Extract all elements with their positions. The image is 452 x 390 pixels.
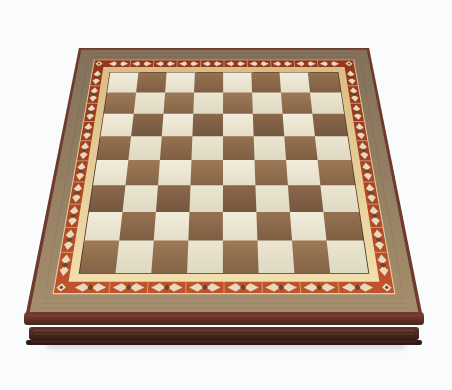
board-box-front (24, 312, 424, 345)
square-c4 (158, 160, 194, 187)
square-b3 (122, 185, 160, 214)
base-groove-1 (34, 330, 414, 331)
square-h8 (308, 72, 341, 93)
square-f4 (255, 160, 291, 187)
square-a6 (100, 114, 135, 138)
square-d7 (193, 93, 225, 116)
base-groove-2 (34, 334, 414, 335)
base-lip (26, 340, 422, 345)
product-photo-chessboard (0, 0, 452, 390)
square-c5 (160, 136, 195, 161)
square-d5 (191, 136, 225, 161)
base-lip-highlight (31, 341, 417, 342)
square-e3 (223, 185, 259, 214)
checkerboard (80, 72, 369, 273)
square-h5 (315, 136, 352, 161)
square-g1 (292, 241, 333, 273)
square-a3 (89, 185, 128, 214)
square-a8 (107, 72, 140, 93)
square-b4 (125, 160, 162, 187)
square-e4 (223, 160, 258, 187)
square-h3 (320, 185, 359, 214)
square-g7 (281, 93, 315, 116)
square-c1 (151, 241, 190, 273)
square-a1 (80, 241, 122, 273)
square-d8 (194, 72, 225, 93)
square-a4 (93, 160, 131, 187)
square-g2 (290, 212, 329, 242)
square-e6 (223, 114, 256, 138)
square-e8 (223, 72, 254, 93)
square-a2 (84, 212, 124, 242)
square-e5 (223, 136, 257, 161)
square-g8 (280, 72, 313, 93)
square-h6 (312, 114, 347, 138)
square-e2 (223, 212, 260, 242)
square-f6 (253, 114, 287, 138)
square-c6 (162, 114, 196, 138)
square-h1 (327, 241, 369, 273)
square-f7 (252, 93, 285, 116)
square-e1 (223, 241, 261, 273)
square-d4 (190, 160, 225, 187)
square-b1 (116, 241, 157, 273)
chessboard-scene (0, 0, 452, 390)
square-e7 (223, 93, 255, 116)
square-c2 (154, 212, 192, 242)
base-step (29, 327, 419, 340)
square-d1 (187, 241, 225, 273)
square-f2 (256, 212, 294, 242)
square-b2 (119, 212, 158, 242)
square-b8 (136, 72, 169, 93)
square-c7 (163, 93, 196, 116)
square-d2 (188, 212, 225, 242)
square-g5 (284, 136, 320, 161)
square-b6 (131, 114, 166, 138)
square-h7 (310, 93, 344, 116)
square-f5 (254, 136, 289, 161)
square-a5 (97, 136, 134, 161)
square-c8 (165, 72, 197, 93)
square-a7 (104, 93, 138, 116)
square-g4 (286, 160, 323, 187)
square-b7 (134, 93, 168, 116)
square-h2 (323, 212, 363, 242)
square-h4 (318, 160, 356, 187)
square-f1 (258, 241, 297, 273)
square-f8 (251, 72, 283, 93)
square-g3 (288, 185, 326, 214)
square-d6 (192, 114, 225, 138)
square-g6 (283, 114, 318, 138)
square-b5 (128, 136, 164, 161)
square-f3 (255, 185, 292, 214)
square-d3 (189, 185, 225, 214)
square-c3 (156, 185, 193, 214)
